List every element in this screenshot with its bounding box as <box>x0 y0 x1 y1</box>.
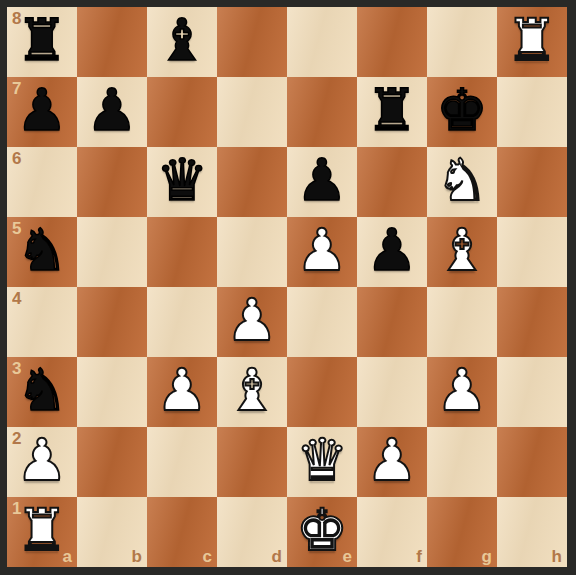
square-g7[interactable]: ♚ <box>427 77 497 147</box>
square-g2[interactable] <box>427 427 497 497</box>
square-f4[interactable] <box>357 287 427 357</box>
file-label-b: b <box>132 548 142 565</box>
square-a8[interactable]: 8♜ <box>7 7 77 77</box>
black-king[interactable]: ♚ <box>436 75 488 145</box>
square-d1[interactable]: d <box>217 497 287 567</box>
square-h5[interactable] <box>497 217 567 287</box>
square-f3[interactable] <box>357 357 427 427</box>
square-f6[interactable] <box>357 147 427 217</box>
square-g1[interactable]: g <box>427 497 497 567</box>
square-h3[interactable] <box>497 357 567 427</box>
square-e2[interactable]: ♛ <box>287 427 357 497</box>
chess-board: 8♜♝♜7♟♟♜♚6♛♟♞5♞♟♟♝4♟3♞♟♝♟2♟♛♟1a♜bcde♚fgh <box>7 7 567 567</box>
square-b7[interactable]: ♟ <box>77 77 147 147</box>
square-c2[interactable] <box>147 427 217 497</box>
white-pawn[interactable]: ♟ <box>436 355 488 425</box>
square-a6[interactable]: 6 <box>7 147 77 217</box>
black-pawn[interactable]: ♟ <box>16 75 68 145</box>
square-b4[interactable] <box>77 287 147 357</box>
white-pawn[interactable]: ♟ <box>156 355 208 425</box>
square-d6[interactable] <box>217 147 287 217</box>
square-b5[interactable] <box>77 217 147 287</box>
square-g8[interactable] <box>427 7 497 77</box>
square-a3[interactable]: 3♞ <box>7 357 77 427</box>
square-h1[interactable]: h <box>497 497 567 567</box>
square-b1[interactable]: b <box>77 497 147 567</box>
file-label-g: g <box>482 548 492 565</box>
square-a2[interactable]: 2♟ <box>7 427 77 497</box>
black-knight[interactable]: ♞ <box>16 355 68 425</box>
square-f5[interactable]: ♟ <box>357 217 427 287</box>
black-rook[interactable]: ♜ <box>16 5 68 75</box>
square-e3[interactable] <box>287 357 357 427</box>
square-b2[interactable] <box>77 427 147 497</box>
square-d2[interactable] <box>217 427 287 497</box>
board-frame: 8♜♝♜7♟♟♜♚6♛♟♞5♞♟♟♝4♟3♞♟♝♟2♟♛♟1a♜bcde♚fgh <box>0 0 576 575</box>
square-e7[interactable] <box>287 77 357 147</box>
black-queen[interactable]: ♛ <box>156 145 208 215</box>
black-pawn[interactable]: ♟ <box>86 75 138 145</box>
rank-label-4: 4 <box>12 290 21 307</box>
white-rook[interactable]: ♜ <box>506 5 558 75</box>
square-h6[interactable] <box>497 147 567 217</box>
square-c8[interactable]: ♝ <box>147 7 217 77</box>
square-b8[interactable] <box>77 7 147 77</box>
square-b3[interactable] <box>77 357 147 427</box>
square-c5[interactable] <box>147 217 217 287</box>
white-pawn[interactable]: ♟ <box>366 425 418 495</box>
square-c3[interactable]: ♟ <box>147 357 217 427</box>
file-label-c: c <box>203 548 212 565</box>
square-g3[interactable]: ♟ <box>427 357 497 427</box>
square-f7[interactable]: ♜ <box>357 77 427 147</box>
white-pawn[interactable]: ♟ <box>296 215 348 285</box>
square-a7[interactable]: 7♟ <box>7 77 77 147</box>
square-h2[interactable] <box>497 427 567 497</box>
square-g6[interactable]: ♞ <box>427 147 497 217</box>
square-b6[interactable] <box>77 147 147 217</box>
square-h8[interactable]: ♜ <box>497 7 567 77</box>
square-d3[interactable]: ♝ <box>217 357 287 427</box>
square-d5[interactable] <box>217 217 287 287</box>
white-pawn[interactable]: ♟ <box>226 285 278 355</box>
square-c1[interactable]: c <box>147 497 217 567</box>
square-f8[interactable] <box>357 7 427 77</box>
square-g4[interactable] <box>427 287 497 357</box>
white-pawn[interactable]: ♟ <box>16 425 68 495</box>
square-e6[interactable]: ♟ <box>287 147 357 217</box>
black-rook[interactable]: ♜ <box>366 75 418 145</box>
square-h4[interactable] <box>497 287 567 357</box>
white-queen[interactable]: ♛ <box>296 425 348 495</box>
square-c6[interactable]: ♛ <box>147 147 217 217</box>
square-d4[interactable]: ♟ <box>217 287 287 357</box>
white-king[interactable]: ♚ <box>296 495 348 565</box>
square-d7[interactable] <box>217 77 287 147</box>
square-h7[interactable] <box>497 77 567 147</box>
white-bishop[interactable]: ♝ <box>436 215 488 285</box>
square-e4[interactable] <box>287 287 357 357</box>
file-label-h: h <box>552 548 562 565</box>
white-bishop[interactable]: ♝ <box>226 355 278 425</box>
white-knight[interactable]: ♞ <box>436 145 488 215</box>
square-e1[interactable]: e♚ <box>287 497 357 567</box>
file-label-f: f <box>416 548 422 565</box>
square-g5[interactable]: ♝ <box>427 217 497 287</box>
black-knight[interactable]: ♞ <box>16 215 68 285</box>
square-e8[interactable] <box>287 7 357 77</box>
square-d8[interactable] <box>217 7 287 77</box>
square-f2[interactable]: ♟ <box>357 427 427 497</box>
square-a5[interactable]: 5♞ <box>7 217 77 287</box>
square-c4[interactable] <box>147 287 217 357</box>
rank-label-6: 6 <box>12 150 21 167</box>
square-a4[interactable]: 4 <box>7 287 77 357</box>
black-bishop[interactable]: ♝ <box>156 5 208 75</box>
black-pawn[interactable]: ♟ <box>296 145 348 215</box>
square-a1[interactable]: 1a♜ <box>7 497 77 567</box>
square-f1[interactable]: f <box>357 497 427 567</box>
square-e5[interactable]: ♟ <box>287 217 357 287</box>
file-label-d: d <box>272 548 282 565</box>
white-rook[interactable]: ♜ <box>16 495 68 565</box>
square-c7[interactable] <box>147 77 217 147</box>
black-pawn[interactable]: ♟ <box>366 215 418 285</box>
